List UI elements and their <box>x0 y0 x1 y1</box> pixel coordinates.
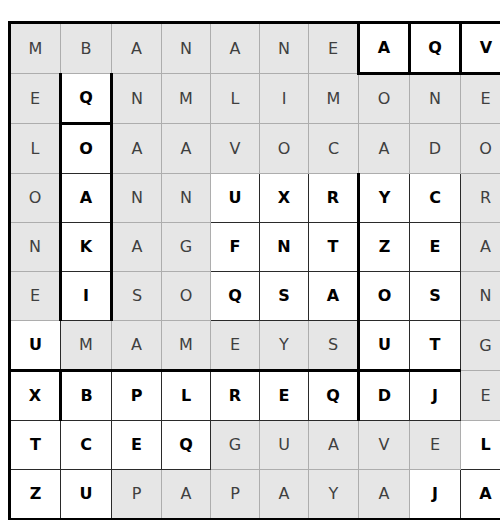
grid-cell[interactable]: L <box>162 371 211 421</box>
grid-cell[interactable]: U <box>211 174 260 223</box>
grid-cell[interactable]: A <box>112 23 162 74</box>
grid-cell[interactable]: A <box>461 223 500 272</box>
grid-row: EQNMLIMONE <box>10 74 500 124</box>
grid-cell[interactable]: J <box>410 371 461 421</box>
grid-cell[interactable]: N <box>461 272 500 321</box>
grid-cell[interactable]: Y <box>260 321 309 371</box>
grid-cell[interactable]: R <box>309 174 359 223</box>
grid-cell[interactable]: M <box>309 74 359 124</box>
grid-cell[interactable]: O <box>10 174 61 223</box>
grid-cell[interactable]: Q <box>410 23 461 74</box>
grid-cell[interactable]: A <box>359 124 410 174</box>
grid-cell[interactable]: G <box>162 223 211 272</box>
grid-cell[interactable]: A <box>309 421 359 470</box>
grid-cell[interactable]: K <box>61 223 112 272</box>
grid-cell[interactable]: N <box>112 174 162 223</box>
grid-cell[interactable]: A <box>309 272 359 321</box>
grid-cell[interactable]: E <box>410 223 461 272</box>
grid-cell[interactable]: N <box>112 74 162 124</box>
grid-cell[interactable]: N <box>162 23 211 74</box>
grid-cell[interactable]: M <box>61 321 112 371</box>
grid-cell[interactable]: C <box>410 174 461 223</box>
grid-cell[interactable]: B <box>61 371 112 421</box>
grid-cell[interactable]: X <box>260 174 309 223</box>
grid-cell[interactable]: J <box>410 470 461 520</box>
grid-cell[interactable]: C <box>309 124 359 174</box>
grid-cell[interactable]: E <box>461 74 500 124</box>
grid-cell[interactable]: E <box>461 371 500 421</box>
grid-cell[interactable]: E <box>10 74 61 124</box>
grid-cell[interactable]: D <box>410 124 461 174</box>
grid-cell[interactable]: Z <box>10 470 61 520</box>
grid-cell[interactable]: Y <box>309 470 359 520</box>
grid-cell[interactable]: A <box>162 124 211 174</box>
grid-cell[interactable]: N <box>162 174 211 223</box>
grid-cell[interactable]: X <box>10 371 61 421</box>
grid-cell[interactable]: S <box>260 272 309 321</box>
grid-cell[interactable]: E <box>309 23 359 74</box>
grid-cell[interactable]: D <box>359 371 410 421</box>
grid-cell[interactable]: S <box>112 272 162 321</box>
grid-cell[interactable]: U <box>61 470 112 520</box>
grid-cell[interactable]: G <box>461 321 500 371</box>
grid-cell[interactable]: F <box>211 223 260 272</box>
grid-cell[interactable]: B <box>61 23 112 74</box>
grid-cell[interactable]: G <box>211 421 260 470</box>
grid-cell[interactable]: P <box>112 470 162 520</box>
grid-row: UMAMEYSUTG <box>10 321 500 371</box>
grid-cell[interactable]: T <box>410 321 461 371</box>
grid-cell[interactable]: Q <box>61 74 112 124</box>
grid-cell[interactable]: V <box>359 421 410 470</box>
word-search-grid-body: MBANANEAQVEQNMLIMONELOAAVOCADOOANNUXRYCR… <box>10 23 500 520</box>
grid-cell[interactable]: A <box>112 124 162 174</box>
word-search-grid: MBANANEAQVEQNMLIMONELOAAVOCADOOANNUXRYCR… <box>8 21 500 520</box>
grid-cell[interactable]: Y <box>359 174 410 223</box>
grid-cell[interactable]: T <box>10 421 61 470</box>
grid-row: LOAAVOCADO <box>10 124 500 174</box>
grid-cell[interactable]: U <box>10 321 61 371</box>
grid-cell[interactable]: S <box>410 272 461 321</box>
grid-cell[interactable]: N <box>260 23 309 74</box>
grid-cell[interactable]: O <box>359 272 410 321</box>
grid-cell[interactable]: A <box>112 321 162 371</box>
grid-row: EISOQSAOSN <box>10 272 500 321</box>
grid-cell[interactable]: L <box>10 124 61 174</box>
grid-cell[interactable]: I <box>61 272 112 321</box>
grid-cell[interactable]: O <box>461 124 500 174</box>
grid-cell[interactable]: R <box>461 174 500 223</box>
grid-cell[interactable]: V <box>461 23 500 74</box>
grid-cell[interactable]: P <box>211 470 260 520</box>
grid-cell[interactable]: A <box>211 23 260 74</box>
grid-cell[interactable]: I <box>260 74 309 124</box>
grid-cell[interactable]: Z <box>359 223 410 272</box>
grid-row: OANNUXRYCR <box>10 174 500 223</box>
grid-cell[interactable]: L <box>461 421 500 470</box>
grid-cell[interactable]: A <box>162 470 211 520</box>
grid-cell[interactable]: M <box>162 74 211 124</box>
grid-cell[interactable]: O <box>260 124 309 174</box>
grid-cell[interactable]: E <box>260 371 309 421</box>
grid-cell[interactable]: O <box>162 272 211 321</box>
grid-cell[interactable]: A <box>359 470 410 520</box>
grid-row: ZUPAPAYAJA <box>10 470 500 520</box>
grid-cell[interactable]: O <box>61 124 112 174</box>
grid-cell[interactable]: A <box>61 174 112 223</box>
grid-cell[interactable]: E <box>410 421 461 470</box>
grid-cell[interactable]: U <box>260 421 309 470</box>
grid-cell[interactable]: E <box>10 272 61 321</box>
grid-row: TCEQGUAVEL <box>10 421 500 470</box>
grid-cell[interactable]: A <box>112 223 162 272</box>
grid-cell[interactable]: A <box>461 470 500 520</box>
grid-cell[interactable]: M <box>162 321 211 371</box>
grid-cell[interactable]: Q <box>162 421 211 470</box>
grid-cell[interactable]: V <box>211 124 260 174</box>
grid-row: NKAGFNTZEA <box>10 223 500 272</box>
grid-cell[interactable]: Q <box>309 371 359 421</box>
grid-cell[interactable]: N <box>10 223 61 272</box>
grid-cell[interactable]: M <box>10 23 61 74</box>
grid-cell[interactable]: E <box>211 321 260 371</box>
grid-cell[interactable]: C <box>61 421 112 470</box>
grid-cell[interactable]: A <box>359 23 410 74</box>
grid-cell[interactable]: N <box>260 223 309 272</box>
grid-cell[interactable]: P <box>112 371 162 421</box>
grid-cell[interactable]: N <box>410 74 461 124</box>
grid-cell[interactable]: S <box>309 321 359 371</box>
grid-row: XBPLREQDJE <box>10 371 500 421</box>
grid-cell[interactable]: T <box>309 223 359 272</box>
grid-row: MBANANEAQV <box>10 23 500 74</box>
grid-cell[interactable]: O <box>359 74 410 124</box>
grid-cell[interactable]: Q <box>211 272 260 321</box>
grid-cell[interactable]: A <box>260 470 309 520</box>
grid-cell[interactable]: U <box>359 321 410 371</box>
grid-cell[interactable]: E <box>112 421 162 470</box>
grid-cell[interactable]: L <box>211 74 260 124</box>
grid-cell[interactable]: R <box>211 371 260 421</box>
